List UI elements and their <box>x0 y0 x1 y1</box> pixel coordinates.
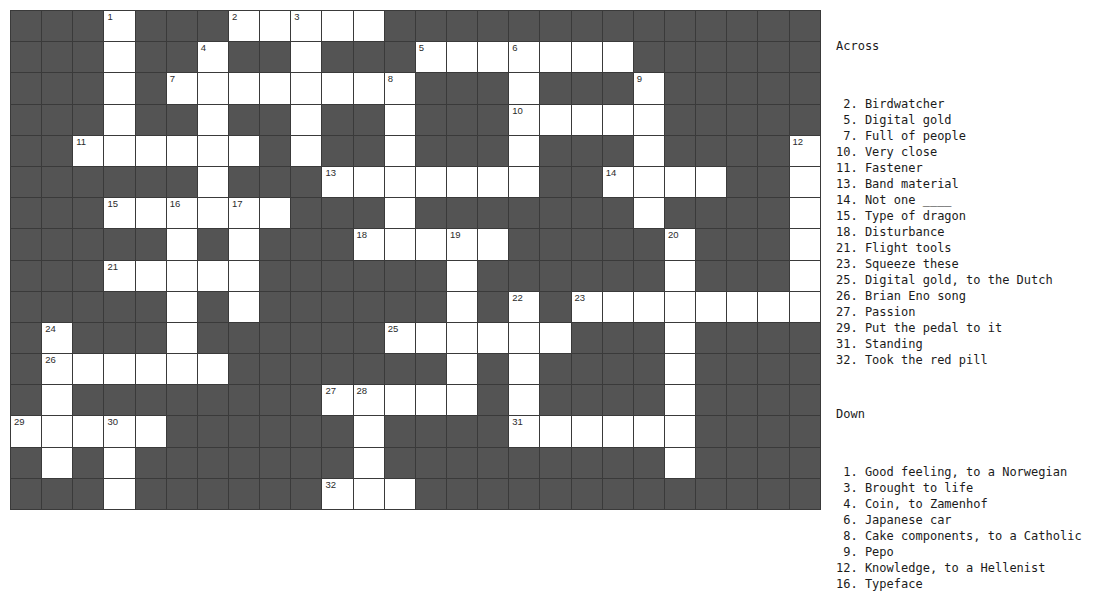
cell-r10c23 <box>727 323 757 353</box>
cell-r10c7 <box>229 323 259 353</box>
cell-r7c11[interactable]: 18 <box>354 229 384 259</box>
cell-r9c12 <box>385 292 415 322</box>
cell-r9c22[interactable] <box>696 292 726 322</box>
cell-r13c0[interactable]: 29 <box>11 416 41 446</box>
cell-r9c0 <box>11 292 41 322</box>
clue-down-1: 1. Good feeling, to a Norwegian <box>836 464 1089 480</box>
cell-r4c2[interactable]: 11 <box>73 136 103 166</box>
cell-r8c3[interactable]: 21 <box>104 261 134 291</box>
cell-r5c25[interactable] <box>790 167 820 197</box>
cell-r7c14[interactable]: 19 <box>447 229 477 259</box>
cell-r10c13[interactable] <box>416 323 446 353</box>
clue-across-29: 29. Put the pedal to it <box>836 320 1089 336</box>
cell-r4c9[interactable] <box>291 136 321 166</box>
cell-r10c17[interactable] <box>540 323 570 353</box>
cell-r6c5[interactable]: 16 <box>167 198 197 228</box>
clue-number: 20 <box>668 230 679 240</box>
cell-r13c5 <box>167 416 197 446</box>
clue-list-number: 15 <box>836 208 850 224</box>
cell-r9c19[interactable] <box>603 292 633 322</box>
cell-r5c20[interactable] <box>634 167 664 197</box>
cell-r2c10[interactable] <box>322 73 352 103</box>
cell-r14c24 <box>758 448 788 478</box>
cell-r7c15[interactable] <box>478 229 508 259</box>
cell-r10c16[interactable] <box>509 323 539 353</box>
cell-r5c21[interactable] <box>665 167 695 197</box>
cell-r2c9[interactable] <box>291 73 321 103</box>
cell-r6c6[interactable] <box>198 198 228 228</box>
cell-r2c11[interactable] <box>354 73 384 103</box>
cell-r5c6[interactable] <box>198 167 228 197</box>
cell-r12c23 <box>727 385 757 415</box>
cell-r13c2[interactable] <box>73 416 103 446</box>
clue-list-number: 1 <box>836 464 850 480</box>
cell-r1c15[interactable] <box>478 42 508 72</box>
cell-r9c9 <box>291 292 321 322</box>
cell-r11c2[interactable] <box>73 354 103 384</box>
cell-r9c24[interactable] <box>758 292 788 322</box>
cell-r5c16[interactable] <box>509 167 539 197</box>
cell-r8c21[interactable] <box>665 261 695 291</box>
cell-r1c18[interactable] <box>572 42 602 72</box>
cell-r5c22[interactable] <box>696 167 726 197</box>
cell-r2c21 <box>665 73 695 103</box>
cell-r7c17 <box>540 229 570 259</box>
cell-r11c11 <box>354 354 384 384</box>
cell-r0c22 <box>696 11 726 41</box>
cell-r13c19[interactable] <box>603 416 633 446</box>
clue-number: 18 <box>357 230 368 240</box>
cell-r9c5[interactable] <box>167 292 197 322</box>
clue-across-2: 2. Birdwatcher <box>836 96 1089 112</box>
cell-r4c0 <box>11 136 41 166</box>
cell-r6c20[interactable] <box>634 198 664 228</box>
cell-r0c19 <box>603 11 633 41</box>
cell-r3c15 <box>478 105 508 135</box>
cell-r12c4 <box>136 385 166 415</box>
cell-r4c17 <box>540 136 570 166</box>
cell-r3c22 <box>696 105 726 135</box>
cell-r10c3 <box>104 323 134 353</box>
cell-r7c24 <box>758 229 788 259</box>
cell-r0c11[interactable] <box>354 11 384 41</box>
cell-r11c1[interactable]: 26 <box>42 354 72 384</box>
clue-list-number: 32 <box>836 352 850 368</box>
clue-across-13: 13. Band material <box>836 176 1089 192</box>
cell-r13c4[interactable] <box>136 416 166 446</box>
cell-r2c18 <box>572 73 602 103</box>
cell-r7c21[interactable]: 20 <box>665 229 695 259</box>
cell-r4c20[interactable] <box>634 136 664 166</box>
cell-r12c15 <box>478 385 508 415</box>
cell-r6c13 <box>416 198 446 228</box>
cell-r0c5 <box>167 11 197 41</box>
cell-r12c0 <box>11 385 41 415</box>
cell-r15c11[interactable] <box>354 479 384 509</box>
cell-r12c25 <box>790 385 820 415</box>
cell-r9c13 <box>416 292 446 322</box>
cell-r5c10[interactable]: 13 <box>322 167 352 197</box>
clue-number: 3 <box>294 12 299 22</box>
cell-r11c17 <box>540 354 570 384</box>
cell-r10c15[interactable] <box>478 323 508 353</box>
cell-r15c5 <box>167 479 197 509</box>
clue-list-number: 29 <box>836 320 850 336</box>
cell-r9c20[interactable] <box>634 292 664 322</box>
cell-r9c23[interactable] <box>727 292 757 322</box>
cell-r8c2 <box>73 261 103 291</box>
across-clue-list: 2. Birdwatcher5. Digital gold7. Full of … <box>836 96 1089 368</box>
cell-r10c2 <box>73 323 103 353</box>
cell-r13c16[interactable]: 31 <box>509 416 539 446</box>
cell-r13c3[interactable]: 30 <box>104 416 134 446</box>
cell-r7c8 <box>260 229 290 259</box>
cell-r14c5 <box>167 448 197 478</box>
cell-r1c19[interactable] <box>603 42 633 72</box>
cell-r0c18 <box>572 11 602 41</box>
cell-r5c14[interactable] <box>447 167 477 197</box>
cell-r13c23 <box>727 416 757 446</box>
cell-r11c15 <box>478 354 508 384</box>
clue-list-number: 13 <box>836 176 850 192</box>
cell-r11c3[interactable] <box>104 354 134 384</box>
cell-r11c20 <box>634 354 664 384</box>
cell-r11c12 <box>385 354 415 384</box>
cell-r3c9[interactable] <box>291 105 321 135</box>
cell-r12c9 <box>291 385 321 415</box>
cell-r3c16[interactable]: 10 <box>509 105 539 135</box>
cell-r0c24 <box>758 11 788 41</box>
cell-r10c12[interactable]: 25 <box>385 323 415 353</box>
cell-r10c21[interactable] <box>665 323 695 353</box>
cell-r12c10[interactable]: 27 <box>322 385 352 415</box>
cell-r13c18[interactable] <box>572 416 602 446</box>
cell-r5c3 <box>104 167 134 197</box>
cell-r5c13[interactable] <box>416 167 446 197</box>
cell-r9c11 <box>354 292 384 322</box>
cell-r14c14 <box>447 448 477 478</box>
cell-r4c7[interactable] <box>229 136 259 166</box>
cell-r9c2 <box>73 292 103 322</box>
cell-r6c12[interactable] <box>385 198 415 228</box>
crossword-board: 1234567891011121314151617181920212223242… <box>10 10 821 510</box>
cell-r14c18 <box>572 448 602 478</box>
cell-r12c14[interactable] <box>447 385 477 415</box>
cell-r8c7[interactable] <box>229 261 259 291</box>
cell-r4c11 <box>354 136 384 166</box>
cell-r3c12[interactable] <box>385 105 415 135</box>
clue-across-23: 23. Squeeze these <box>836 256 1089 272</box>
cell-r11c5[interactable] <box>167 354 197 384</box>
cell-r6c19 <box>603 198 633 228</box>
cell-r7c20 <box>634 229 664 259</box>
cell-r1c0 <box>11 42 41 72</box>
cell-r8c19 <box>603 261 633 291</box>
cell-r5c15[interactable] <box>478 167 508 197</box>
cell-r1c13[interactable]: 5 <box>416 42 446 72</box>
cell-r13c13 <box>416 416 446 446</box>
cell-r11c21[interactable] <box>665 354 695 384</box>
cell-r0c2 <box>73 11 103 41</box>
cell-r8c6[interactable] <box>198 261 228 291</box>
clue-down-8: 8. Cake components, to a Catholic <box>836 528 1089 544</box>
cell-r13c11[interactable] <box>354 416 384 446</box>
cell-r2c20[interactable]: 9 <box>634 73 664 103</box>
cell-r5c5 <box>167 167 197 197</box>
cell-r11c4[interactable] <box>136 354 166 384</box>
cell-r14c10 <box>322 448 352 478</box>
cell-r3c4 <box>136 105 166 135</box>
cell-r2c4 <box>136 73 166 103</box>
cell-r10c1[interactable]: 24 <box>42 323 72 353</box>
cell-r9c8 <box>260 292 290 322</box>
cell-r8c0 <box>11 261 41 291</box>
cell-r4c25[interactable]: 12 <box>790 136 820 166</box>
cell-r3c0 <box>11 105 41 135</box>
cell-r0c8[interactable] <box>260 11 290 41</box>
cell-r4c23 <box>727 136 757 166</box>
cell-r3c19[interactable] <box>603 105 633 135</box>
clue-down-12: 12. Knowledge, to a Hellenist <box>836 560 1089 576</box>
cell-r2c8[interactable] <box>260 73 290 103</box>
cell-r14c16 <box>509 448 539 478</box>
cell-r11c6[interactable] <box>198 354 228 384</box>
cell-r0c3[interactable]: 1 <box>104 11 134 41</box>
cell-r11c25 <box>790 354 820 384</box>
cell-r1c7 <box>229 42 259 72</box>
cell-r2c2 <box>73 73 103 103</box>
cell-r8c25[interactable] <box>790 261 820 291</box>
cell-r15c12[interactable] <box>385 479 415 509</box>
cell-r15c3[interactable] <box>104 479 134 509</box>
cell-r13c20[interactable] <box>634 416 664 446</box>
cell-r11c7 <box>229 354 259 384</box>
cell-r12c12[interactable] <box>385 385 415 415</box>
cell-r2c5[interactable]: 7 <box>167 73 197 103</box>
cell-r10c5[interactable] <box>167 323 197 353</box>
cell-r9c3 <box>104 292 134 322</box>
down-header: Down <box>836 406 1089 422</box>
cell-r6c25[interactable] <box>790 198 820 228</box>
cell-r5c12[interactable] <box>385 167 415 197</box>
cell-r7c19 <box>603 229 633 259</box>
cell-r9c18[interactable]: 23 <box>572 292 602 322</box>
cell-r13c1[interactable] <box>42 416 72 446</box>
cell-r8c11 <box>354 261 384 291</box>
cell-r2c24 <box>758 73 788 103</box>
cell-r12c8 <box>260 385 290 415</box>
cell-r9c16[interactable]: 22 <box>509 292 539 322</box>
cell-r12c5 <box>167 385 197 415</box>
cell-r0c9[interactable]: 3 <box>291 11 321 41</box>
cell-r6c23 <box>727 198 757 228</box>
cell-r7c13[interactable] <box>416 229 446 259</box>
cell-r4c3[interactable] <box>104 136 134 166</box>
cell-r9c21[interactable] <box>665 292 695 322</box>
cell-r10c11 <box>354 323 384 353</box>
cell-r12c2 <box>73 385 103 415</box>
cell-r9c25[interactable] <box>790 292 820 322</box>
cell-r2c25 <box>790 73 820 103</box>
cell-r6c9 <box>291 198 321 228</box>
cell-r15c6 <box>198 479 228 509</box>
cell-r3c8 <box>260 105 290 135</box>
cell-r6c18 <box>572 198 602 228</box>
cell-r14c11[interactable] <box>354 448 384 478</box>
cell-r15c25 <box>790 479 820 509</box>
cell-r4c18 <box>572 136 602 166</box>
cell-r5c11[interactable] <box>354 167 384 197</box>
cell-r4c21 <box>665 136 695 166</box>
cell-r14c21[interactable] <box>665 448 695 478</box>
cell-r9c7[interactable] <box>229 292 259 322</box>
clue-list-number: 4 <box>836 496 850 512</box>
cell-r6c2 <box>73 198 103 228</box>
cell-r11c14[interactable] <box>447 354 477 384</box>
cell-r8c9 <box>291 261 321 291</box>
cell-r11c23 <box>727 354 757 384</box>
clue-list-number: 10 <box>836 144 850 160</box>
cell-r9c14[interactable] <box>447 292 477 322</box>
cell-r2c12[interactable]: 8 <box>385 73 415 103</box>
cell-r2c7[interactable] <box>229 73 259 103</box>
cell-r1c6[interactable]: 4 <box>198 42 228 72</box>
cell-r12c1[interactable] <box>42 385 72 415</box>
cell-r1c14[interactable] <box>447 42 477 72</box>
cell-r13c17[interactable] <box>540 416 570 446</box>
cell-r11c0 <box>11 354 41 384</box>
cell-r0c4 <box>136 11 166 41</box>
cell-r10c9 <box>291 323 321 353</box>
cell-r8c20 <box>634 261 664 291</box>
cell-r8c16 <box>509 261 539 291</box>
cell-r5c19[interactable]: 14 <box>603 167 633 197</box>
cell-r3c11 <box>354 105 384 135</box>
cell-r12c13[interactable] <box>416 385 446 415</box>
cell-r6c7[interactable]: 17 <box>229 198 259 228</box>
cell-r12c17 <box>540 385 570 415</box>
cell-r14c3[interactable] <box>104 448 134 478</box>
cell-r4c5[interactable] <box>167 136 197 166</box>
cell-r1c17[interactable] <box>540 42 570 72</box>
cell-r1c10 <box>322 42 352 72</box>
cell-r7c12[interactable] <box>385 229 415 259</box>
cell-r12c24 <box>758 385 788 415</box>
cell-r1c3[interactable] <box>104 42 134 72</box>
cell-r1c5 <box>167 42 197 72</box>
cell-r8c22 <box>696 261 726 291</box>
cell-r13c6 <box>198 416 228 446</box>
cell-r8c8 <box>260 261 290 291</box>
cell-r6c3[interactable]: 15 <box>104 198 134 228</box>
cell-r0c12 <box>385 11 415 41</box>
cell-r8c14[interactable] <box>447 261 477 291</box>
cell-r1c21 <box>665 42 695 72</box>
cell-r4c19 <box>603 136 633 166</box>
cell-r2c14 <box>447 73 477 103</box>
clue-across-18: 18. Disturbance <box>836 224 1089 240</box>
cell-r5c24 <box>758 167 788 197</box>
cell-r10c25 <box>790 323 820 353</box>
cell-r1c8 <box>260 42 290 72</box>
cell-r4c6[interactable] <box>198 136 228 166</box>
clue-list-number: 18 <box>836 224 850 240</box>
cell-r0c7[interactable]: 2 <box>229 11 259 41</box>
cell-r4c1 <box>42 136 72 166</box>
cell-r7c9 <box>291 229 321 259</box>
across-header: Across <box>836 38 1089 54</box>
cell-r14c1[interactable] <box>42 448 72 478</box>
cell-r1c25 <box>790 42 820 72</box>
cell-r4c4[interactable] <box>136 136 166 166</box>
cell-r0c10[interactable] <box>322 11 352 41</box>
cell-r4c12[interactable] <box>385 136 415 166</box>
cell-r2c6[interactable] <box>198 73 228 103</box>
clue-number: 5 <box>419 43 424 53</box>
cell-r7c7[interactable] <box>229 229 259 259</box>
cell-r2c3[interactable] <box>104 73 134 103</box>
cell-r15c0 <box>11 479 41 509</box>
clue-down-16: 16. Typeface <box>836 576 1089 592</box>
cell-r6c8[interactable] <box>260 198 290 228</box>
cell-r12c22 <box>696 385 726 415</box>
cell-r13c22 <box>696 416 726 446</box>
cell-r4c16[interactable] <box>509 136 539 166</box>
cell-r8c4[interactable] <box>136 261 166 291</box>
cell-r5c18 <box>572 167 602 197</box>
clue-list-number: 6 <box>836 512 850 528</box>
cell-r7c25[interactable] <box>790 229 820 259</box>
clue-list-number: 26 <box>836 288 850 304</box>
cell-r3c10 <box>322 105 352 135</box>
cell-r3c6[interactable] <box>198 105 228 135</box>
cell-r12c6 <box>198 385 228 415</box>
cell-r0c20 <box>634 11 664 41</box>
cell-r8c5[interactable] <box>167 261 197 291</box>
cell-r10c24 <box>758 323 788 353</box>
cell-r12c16[interactable] <box>509 385 539 415</box>
cell-r3c20[interactable] <box>634 105 664 135</box>
clue-number: 8 <box>388 74 393 84</box>
cell-r1c16[interactable]: 6 <box>509 42 539 72</box>
cell-r1c4 <box>136 42 166 72</box>
cell-r11c16[interactable] <box>509 354 539 384</box>
cell-r15c10[interactable]: 32 <box>322 479 352 509</box>
cell-r7c5[interactable] <box>167 229 197 259</box>
cell-r7c3 <box>104 229 134 259</box>
cell-r3c17[interactable] <box>540 105 570 135</box>
cell-r13c21[interactable] <box>665 416 695 446</box>
cell-r1c9[interactable] <box>291 42 321 72</box>
cell-r14c9 <box>291 448 321 478</box>
cell-r7c6 <box>198 229 228 259</box>
cell-r3c25 <box>790 105 820 135</box>
cell-r2c16[interactable] <box>509 73 539 103</box>
cell-r11c24 <box>758 354 788 384</box>
cell-r15c4 <box>136 479 166 509</box>
cell-r3c18[interactable] <box>572 105 602 135</box>
clue-across-14: 14. Not one ____ <box>836 192 1089 208</box>
clue-across-21: 21. Flight tools <box>836 240 1089 256</box>
cell-r6c15 <box>478 198 508 228</box>
cell-r12c11[interactable]: 28 <box>354 385 384 415</box>
cell-r14c8 <box>260 448 290 478</box>
cell-r6c4[interactable] <box>136 198 166 228</box>
cell-r10c14[interactable] <box>447 323 477 353</box>
cell-r3c3[interactable] <box>104 105 134 135</box>
cell-r12c21[interactable] <box>665 385 695 415</box>
cell-r12c19 <box>603 385 633 415</box>
